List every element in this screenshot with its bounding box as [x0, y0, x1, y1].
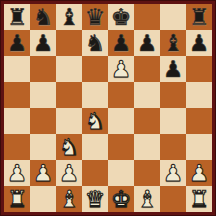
square-h4[interactable] [186, 108, 212, 134]
square-e6[interactable]: ♟ [108, 56, 134, 82]
square-h7[interactable]: ♟ [186, 30, 212, 56]
square-e7[interactable]: ♟ [108, 30, 134, 56]
piece-white-pawn[interactable]: ♟ [111, 56, 132, 82]
square-c6[interactable] [56, 56, 82, 82]
square-g7[interactable]: ♝ [160, 30, 186, 56]
chess-board-frame: ♜♞♝♛♚♜♟♟♞♟♟♝♟♟♟♞♞♟♟♟♟♟♜♝♛♚♝♜ [0, 0, 216, 216]
piece-black-rook[interactable]: ♜ [7, 4, 28, 30]
square-d2[interactable] [82, 160, 108, 186]
piece-black-queen[interactable]: ♛ [85, 4, 106, 30]
piece-white-bishop[interactable]: ♝ [137, 186, 158, 212]
piece-black-pawn[interactable]: ♟ [7, 30, 28, 56]
square-e5[interactable] [108, 82, 134, 108]
piece-black-rook[interactable]: ♜ [189, 4, 210, 30]
square-a5[interactable] [4, 82, 30, 108]
square-h6[interactable] [186, 56, 212, 82]
piece-white-pawn[interactable]: ♟ [189, 160, 210, 186]
piece-black-knight[interactable]: ♞ [33, 4, 54, 30]
piece-black-bishop[interactable]: ♝ [163, 30, 184, 56]
square-b6[interactable] [30, 56, 56, 82]
square-d3[interactable] [82, 134, 108, 160]
piece-white-rook[interactable]: ♜ [189, 186, 210, 212]
square-g4[interactable] [160, 108, 186, 134]
square-e8[interactable]: ♚ [108, 4, 134, 30]
piece-black-knight[interactable]: ♞ [85, 30, 106, 56]
piece-black-pawn[interactable]: ♟ [189, 30, 210, 56]
piece-white-rook[interactable]: ♜ [7, 186, 28, 212]
square-c2[interactable]: ♟ [56, 160, 82, 186]
square-c7[interactable] [56, 30, 82, 56]
square-e4[interactable] [108, 108, 134, 134]
square-g2[interactable]: ♟ [160, 160, 186, 186]
piece-white-knight[interactable]: ♞ [59, 134, 80, 160]
square-c4[interactable] [56, 108, 82, 134]
square-g8[interactable] [160, 4, 186, 30]
piece-white-pawn[interactable]: ♟ [163, 160, 184, 186]
chess-board: ♜♞♝♛♚♜♟♟♞♟♟♝♟♟♟♞♞♟♟♟♟♟♜♝♛♚♝♜ [4, 4, 212, 212]
piece-black-king[interactable]: ♚ [111, 4, 132, 30]
square-e1[interactable]: ♚ [108, 186, 134, 212]
piece-white-queen[interactable]: ♛ [85, 186, 106, 212]
square-a1[interactable]: ♜ [4, 186, 30, 212]
square-h2[interactable]: ♟ [186, 160, 212, 186]
piece-black-bishop[interactable]: ♝ [59, 4, 80, 30]
square-a2[interactable]: ♟ [4, 160, 30, 186]
square-f5[interactable] [134, 82, 160, 108]
square-b7[interactable]: ♟ [30, 30, 56, 56]
square-c1[interactable]: ♝ [56, 186, 82, 212]
square-g3[interactable] [160, 134, 186, 160]
square-a6[interactable] [4, 56, 30, 82]
square-f1[interactable]: ♝ [134, 186, 160, 212]
piece-white-king[interactable]: ♚ [111, 186, 132, 212]
square-h3[interactable] [186, 134, 212, 160]
square-f7[interactable]: ♟ [134, 30, 160, 56]
square-a7[interactable]: ♟ [4, 30, 30, 56]
square-d1[interactable]: ♛ [82, 186, 108, 212]
piece-white-pawn[interactable]: ♟ [7, 160, 28, 186]
piece-white-pawn[interactable]: ♟ [59, 160, 80, 186]
square-h5[interactable] [186, 82, 212, 108]
square-a8[interactable]: ♜ [4, 4, 30, 30]
square-d8[interactable]: ♛ [82, 4, 108, 30]
piece-black-pawn[interactable]: ♟ [163, 56, 184, 82]
square-g5[interactable] [160, 82, 186, 108]
square-h8[interactable]: ♜ [186, 4, 212, 30]
piece-white-knight[interactable]: ♞ [85, 108, 106, 134]
square-b8[interactable]: ♞ [30, 4, 56, 30]
square-b3[interactable] [30, 134, 56, 160]
square-d7[interactable]: ♞ [82, 30, 108, 56]
square-b2[interactable]: ♟ [30, 160, 56, 186]
piece-black-pawn[interactable]: ♟ [137, 30, 158, 56]
square-e3[interactable] [108, 134, 134, 160]
square-f6[interactable] [134, 56, 160, 82]
square-d6[interactable] [82, 56, 108, 82]
square-g6[interactable]: ♟ [160, 56, 186, 82]
square-d4[interactable]: ♞ [82, 108, 108, 134]
square-b4[interactable] [30, 108, 56, 134]
piece-black-pawn[interactable]: ♟ [111, 30, 132, 56]
square-a4[interactable] [4, 108, 30, 134]
square-f3[interactable] [134, 134, 160, 160]
square-f8[interactable] [134, 4, 160, 30]
square-e2[interactable] [108, 160, 134, 186]
square-b5[interactable] [30, 82, 56, 108]
square-h1[interactable]: ♜ [186, 186, 212, 212]
piece-black-pawn[interactable]: ♟ [33, 30, 54, 56]
piece-white-bishop[interactable]: ♝ [59, 186, 80, 212]
square-c5[interactable] [56, 82, 82, 108]
square-f4[interactable] [134, 108, 160, 134]
square-a3[interactable] [4, 134, 30, 160]
square-d5[interactable] [82, 82, 108, 108]
square-c8[interactable]: ♝ [56, 4, 82, 30]
square-b1[interactable] [30, 186, 56, 212]
piece-white-pawn[interactable]: ♟ [33, 160, 54, 186]
square-c3[interactable]: ♞ [56, 134, 82, 160]
square-f2[interactable] [134, 160, 160, 186]
square-g1[interactable] [160, 186, 186, 212]
